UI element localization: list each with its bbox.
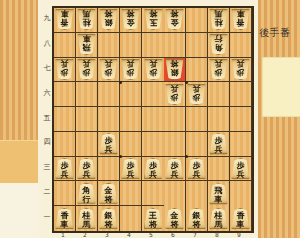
file-label-6: 6 [162, 230, 184, 238]
cell-3六[interactable] [98, 82, 120, 107]
piece-pawn-gote[interactable]: 歩兵 [209, 133, 228, 154]
cell-5六[interactable] [142, 82, 164, 107]
piece-lance-sente[interactable]: 香車 [55, 9, 74, 30]
rank-label-九: 九 [42, 6, 52, 31]
cell-2三[interactable]: 歩兵 [76, 157, 98, 182]
cell-7二[interactable] [186, 181, 208, 206]
piece-pawn-gote[interactable]: 歩兵 [121, 158, 140, 179]
cell-3一[interactable]: 銀将 [98, 206, 120, 231]
piece-knight-gote[interactable]: 桂馬 [209, 208, 228, 229]
piece-pawn-sente[interactable]: 歩兵 [121, 59, 140, 80]
piece-knight-sente[interactable]: 桂馬 [77, 9, 96, 30]
piece-silver-gote[interactable]: 銀将 [99, 208, 118, 229]
cell-2五[interactable] [76, 107, 98, 132]
cell-8五[interactable] [208, 107, 230, 132]
piece-rook-gote[interactable]: 飛車 [209, 183, 228, 204]
cell-6六[interactable]: 歩兵 [164, 82, 186, 107]
file-label-4: 4 [118, 230, 140, 238]
cell-6八[interactable] [164, 33, 186, 58]
piece-pawn-sente[interactable]: 歩兵 [77, 59, 96, 80]
sente-komadai[interactable] [0, 140, 40, 184]
piece-gold-sente[interactable]: 金将 [165, 9, 184, 30]
cell-2四[interactable] [76, 132, 98, 157]
file-label-5: 5 [140, 230, 162, 238]
piece-lance-gote[interactable]: 香車 [55, 208, 74, 229]
hoshi-dot [185, 81, 188, 84]
cell-7五[interactable] [186, 107, 208, 132]
cell-6四[interactable] [164, 132, 186, 157]
piece-knight-gote[interactable]: 桂馬 [77, 208, 96, 229]
cell-8七[interactable]: 歩兵 [208, 58, 230, 83]
piece-pawn-sente[interactable]: 歩兵 [209, 59, 228, 80]
cell-6一[interactable]: 金将 [164, 206, 186, 231]
piece-knight-sente[interactable]: 桂馬 [209, 9, 228, 30]
cell-5三[interactable]: 歩兵 [142, 157, 164, 182]
cell-5八[interactable] [142, 33, 164, 58]
piece-pawn-sente[interactable]: 歩兵 [55, 59, 74, 80]
cell-3八[interactable] [98, 33, 120, 58]
cell-7四[interactable] [186, 132, 208, 157]
cell-4七[interactable]: 歩兵 [120, 58, 142, 83]
piece-gold-gote[interactable]: 金将 [99, 183, 118, 204]
rank-labels: 九八七六五四三二一 [42, 6, 52, 229]
board-grid: 香車桂馬銀将金将玉将金将桂馬香車飛車角行歩兵歩兵歩兵歩兵歩兵銀将歩兵歩兵歩兵歩兵… [52, 6, 254, 233]
file-label-1: 1 [52, 230, 74, 238]
cell-2七[interactable]: 歩兵 [76, 58, 98, 83]
cell-7八[interactable] [186, 33, 208, 58]
cell-3九[interactable]: 銀将 [98, 8, 120, 33]
cell-3五[interactable] [98, 107, 120, 132]
cell-2九[interactable]: 桂馬 [76, 8, 98, 33]
cell-1一[interactable]: 香車 [54, 206, 76, 231]
cell-1四[interactable] [54, 132, 76, 157]
rank-label-一: 一 [42, 204, 52, 229]
cell-1二[interactable] [54, 181, 76, 206]
file-label-3: 3 [96, 230, 118, 238]
piece-gold-sente[interactable]: 金将 [121, 9, 140, 30]
piece-lance-sente[interactable]: 香車 [231, 9, 250, 30]
cell-3三[interactable] [98, 157, 120, 182]
cell-2二[interactable]: 角行 [76, 181, 98, 206]
cell-8八[interactable]: 角行 [208, 33, 230, 58]
piece-bishop-sente[interactable]: 角行 [209, 34, 228, 55]
piece-rook-sente[interactable]: 飛車 [77, 34, 96, 55]
cell-7九[interactable] [186, 8, 208, 33]
shogi-app: 九八七六五四三二一 香車桂馬銀将金将玉将金将桂馬香車飛車角行歩兵歩兵歩兵歩兵歩兵… [0, 0, 300, 238]
cell-4八[interactable] [120, 33, 142, 58]
rank-label-五: 五 [42, 105, 52, 130]
rank-label-三: 三 [42, 155, 52, 180]
cell-1五[interactable] [54, 107, 76, 132]
hoshi-dot [119, 155, 122, 158]
piece-pawn-gote[interactable]: 歩兵 [99, 133, 118, 154]
cell-8四[interactable]: 歩兵 [208, 132, 230, 157]
rank-label-六: 六 [42, 80, 52, 105]
cell-2一[interactable]: 桂馬 [76, 206, 98, 231]
piece-pawn-sente[interactable]: 歩兵 [231, 59, 250, 80]
cell-7六[interactable]: 歩兵 [186, 82, 208, 107]
file-labels: 123456789 [52, 230, 250, 238]
piece-pawn-gote[interactable]: 歩兵 [165, 158, 184, 179]
piece-pawn-gote[interactable]: 歩兵 [187, 158, 206, 179]
cell-8二[interactable]: 飛車 [208, 181, 230, 206]
cell-9八[interactable] [230, 33, 252, 58]
cell-9六[interactable] [230, 82, 252, 107]
cell-9五[interactable] [230, 107, 252, 132]
cell-3二[interactable]: 金将 [98, 181, 120, 206]
cell-4四[interactable] [120, 132, 142, 157]
piece-silver-gote[interactable]: 銀将 [187, 208, 206, 229]
cell-7七[interactable] [186, 58, 208, 83]
rank-label-四: 四 [42, 130, 52, 155]
cell-5七[interactable]: 歩兵 [142, 58, 164, 83]
cell-5二[interactable] [142, 181, 164, 206]
cell-4九[interactable]: 金将 [120, 8, 142, 33]
cell-3七[interactable]: 歩兵 [98, 58, 120, 83]
cell-6五[interactable] [164, 107, 186, 132]
cell-8六[interactable] [208, 82, 230, 107]
piece-pawn-sente[interactable]: 歩兵 [99, 59, 118, 80]
cell-7一[interactable]: 銀将 [186, 206, 208, 231]
file-label-9: 9 [228, 230, 250, 238]
cell-7三[interactable]: 歩兵 [186, 157, 208, 182]
rank-label-八: 八 [42, 31, 52, 56]
piece-king-sente[interactable]: 玉将 [144, 9, 163, 30]
hoshi-dot [119, 81, 122, 84]
cell-3四[interactable]: 歩兵 [98, 132, 120, 157]
cell-4一[interactable] [120, 206, 142, 231]
cell-6七[interactable]: 銀将 [164, 58, 186, 83]
cell-2六[interactable] [76, 82, 98, 107]
rank-label-七: 七 [42, 56, 52, 81]
hoshi-dot [185, 155, 188, 158]
board-panel: 九八七六五四三二一 香車桂馬銀将金将玉将金将桂馬香車飛車角行歩兵歩兵歩兵歩兵歩兵… [38, 0, 258, 238]
cell-9四[interactable] [230, 132, 252, 157]
cell-1三[interactable]: 歩兵 [54, 157, 76, 182]
file-label-7: 7 [184, 230, 206, 238]
cell-6三[interactable]: 歩兵 [164, 157, 186, 182]
cell-5五[interactable] [142, 107, 164, 132]
cell-1七[interactable]: 歩兵 [54, 58, 76, 83]
piece-pawn-sente[interactable]: 歩兵 [187, 84, 206, 105]
cell-5一[interactable]: 王将 [142, 206, 164, 231]
file-label-8: 8 [206, 230, 228, 238]
cell-4五[interactable] [120, 107, 142, 132]
cell-5四[interactable] [142, 132, 164, 157]
cell-4二[interactable] [120, 181, 142, 206]
cell-8九[interactable]: 桂馬 [208, 8, 230, 33]
cell-9一[interactable]: 香車 [230, 206, 252, 231]
sente-turn-label-area [0, 183, 40, 238]
cell-6二[interactable] [164, 181, 186, 206]
piece-pawn-sente[interactable]: 歩兵 [165, 84, 184, 105]
cell-1九[interactable]: 香車 [54, 8, 76, 33]
cell-1八[interactable] [54, 33, 76, 58]
cell-4三[interactable]: 歩兵 [120, 157, 142, 182]
piece-pawn-gote[interactable]: 歩兵 [231, 158, 250, 179]
cell-2八[interactable]: 飛車 [76, 33, 98, 58]
piece-bishop-gote[interactable]: 角行 [77, 183, 96, 204]
piece-lance-gote[interactable]: 香車 [231, 208, 250, 229]
rank-label-二: 二 [42, 179, 52, 204]
cell-9七[interactable]: 歩兵 [230, 58, 252, 83]
piece-king-gote[interactable]: 王将 [144, 208, 163, 229]
cell-8一[interactable]: 桂馬 [208, 206, 230, 231]
piece-pawn-gote[interactable]: 歩兵 [144, 158, 163, 179]
cell-4六[interactable] [120, 82, 142, 107]
turn-indicator: 後手番 [259, 26, 300, 40]
cell-9二[interactable] [230, 181, 252, 206]
cell-6九[interactable]: 金将 [164, 8, 186, 33]
cell-9三[interactable]: 歩兵 [230, 157, 252, 182]
piece-silver-sente[interactable]: 銀将 [165, 59, 184, 80]
piece-silver-sente[interactable]: 銀将 [99, 9, 118, 30]
piece-pawn-gote[interactable]: 歩兵 [77, 158, 96, 179]
cell-9九[interactable]: 香車 [230, 8, 252, 33]
cell-5九[interactable]: 玉将 [142, 8, 164, 33]
piece-pawn-gote[interactable]: 歩兵 [55, 158, 74, 179]
file-label-2: 2 [74, 230, 96, 238]
piece-pawn-sente[interactable]: 歩兵 [144, 59, 163, 80]
gote-komadai[interactable] [262, 57, 300, 117]
cell-1六[interactable] [54, 82, 76, 107]
cell-8三[interactable] [208, 157, 230, 182]
piece-gold-gote[interactable]: 金将 [165, 208, 184, 229]
